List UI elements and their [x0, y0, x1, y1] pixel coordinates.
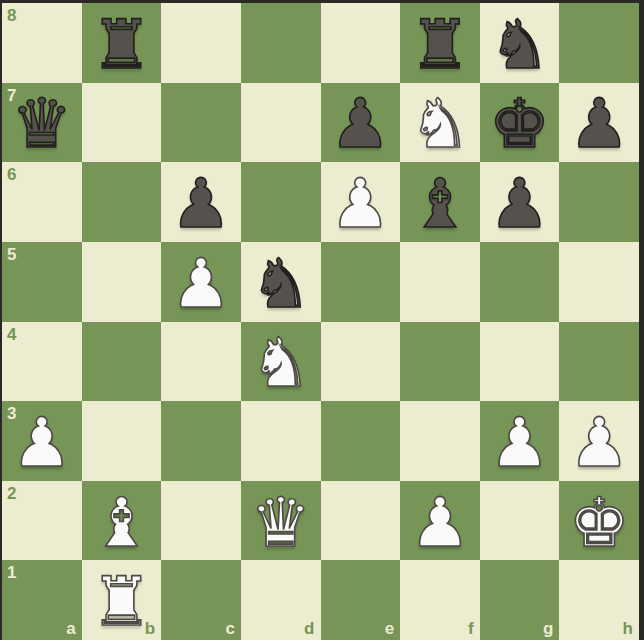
square-d6[interactable]: [241, 162, 321, 242]
square-c3[interactable]: [161, 401, 241, 481]
square-f5[interactable]: [400, 242, 480, 322]
square-e5[interactable]: [321, 242, 401, 322]
chess-board: 8♜♜♞7♛♟♞♚♟6♟♟♝♟5♟♞4♞3♟♟♟2♝♛♟♚1ab♜cdefgh: [2, 3, 639, 640]
square-a2[interactable]: 2: [2, 481, 82, 561]
white-pawn[interactable]: ♟: [2, 403, 82, 483]
square-a8[interactable]: 8: [2, 3, 82, 83]
square-f8[interactable]: ♜: [400, 3, 480, 83]
square-h6[interactable]: [559, 162, 639, 242]
black-pawn[interactable]: ♟: [321, 85, 401, 165]
square-g5[interactable]: [480, 242, 560, 322]
square-c7[interactable]: [161, 83, 241, 163]
white-pawn[interactable]: ♟: [559, 403, 639, 483]
square-d4[interactable]: ♞: [241, 322, 321, 402]
square-b8[interactable]: ♜: [82, 3, 162, 83]
square-e7[interactable]: ♟: [321, 83, 401, 163]
square-e1[interactable]: e: [321, 560, 401, 640]
square-c6[interactable]: ♟: [161, 162, 241, 242]
square-b3[interactable]: [82, 401, 162, 481]
square-a7[interactable]: 7♛: [2, 83, 82, 163]
rank-label-6: 6: [7, 166, 16, 183]
rank-label-2: 2: [7, 485, 16, 502]
black-bishop[interactable]: ♝: [400, 164, 480, 244]
square-g7[interactable]: ♚: [480, 83, 560, 163]
square-h8[interactable]: [559, 3, 639, 83]
file-label-e: e: [385, 620, 394, 637]
square-a1[interactable]: 1a: [2, 560, 82, 640]
square-b1[interactable]: b♜: [82, 560, 162, 640]
square-d8[interactable]: [241, 3, 321, 83]
white-rook[interactable]: ♜: [82, 562, 162, 640]
white-pawn[interactable]: ♟: [321, 164, 401, 244]
board-frame: 8♜♜♞7♛♟♞♚♟6♟♟♝♟5♟♞4♞3♟♟♟2♝♛♟♚1ab♜cdefgh: [0, 0, 644, 640]
white-bishop[interactable]: ♝: [82, 483, 162, 563]
white-knight[interactable]: ♞: [400, 85, 480, 165]
black-pawn[interactable]: ♟: [161, 164, 241, 244]
square-e6[interactable]: ♟: [321, 162, 401, 242]
square-g3[interactable]: ♟: [480, 401, 560, 481]
square-b6[interactable]: [82, 162, 162, 242]
square-g8[interactable]: ♞: [480, 3, 560, 83]
white-king[interactable]: ♚: [559, 483, 639, 563]
square-d1[interactable]: d: [241, 560, 321, 640]
black-knight[interactable]: ♞: [480, 5, 560, 85]
black-pawn[interactable]: ♟: [559, 85, 639, 165]
square-c8[interactable]: [161, 3, 241, 83]
square-e2[interactable]: [321, 481, 401, 561]
file-label-c: c: [225, 620, 234, 637]
square-c5[interactable]: ♟: [161, 242, 241, 322]
square-a5[interactable]: 5: [2, 242, 82, 322]
rank-label-1: 1: [7, 564, 16, 581]
square-d2[interactable]: ♛: [241, 481, 321, 561]
white-pawn[interactable]: ♟: [400, 483, 480, 563]
black-king[interactable]: ♚: [480, 85, 560, 165]
black-pawn[interactable]: ♟: [480, 164, 560, 244]
square-d3[interactable]: [241, 401, 321, 481]
square-b7[interactable]: [82, 83, 162, 163]
black-rook[interactable]: ♜: [82, 5, 162, 85]
square-g6[interactable]: ♟: [480, 162, 560, 242]
square-h5[interactable]: [559, 242, 639, 322]
square-h7[interactable]: ♟: [559, 83, 639, 163]
square-f2[interactable]: ♟: [400, 481, 480, 561]
rank-label-4: 4: [7, 326, 16, 343]
square-c2[interactable]: [161, 481, 241, 561]
square-g4[interactable]: [480, 322, 560, 402]
white-queen[interactable]: ♛: [241, 483, 321, 563]
square-e8[interactable]: [321, 3, 401, 83]
square-e4[interactable]: [321, 322, 401, 402]
file-label-d: d: [304, 620, 314, 637]
square-f6[interactable]: ♝: [400, 162, 480, 242]
square-g2[interactable]: [480, 481, 560, 561]
file-label-f: f: [468, 620, 474, 637]
square-d7[interactable]: [241, 83, 321, 163]
square-d5[interactable]: ♞: [241, 242, 321, 322]
file-label-a: a: [66, 620, 75, 637]
square-b2[interactable]: ♝: [82, 481, 162, 561]
square-g1[interactable]: g: [480, 560, 560, 640]
square-f7[interactable]: ♞: [400, 83, 480, 163]
black-queen[interactable]: ♛: [2, 85, 82, 165]
black-rook[interactable]: ♜: [400, 5, 480, 85]
rank-label-8: 8: [7, 7, 16, 24]
square-f4[interactable]: [400, 322, 480, 402]
square-f3[interactable]: [400, 401, 480, 481]
square-h3[interactable]: ♟: [559, 401, 639, 481]
square-a6[interactable]: 6: [2, 162, 82, 242]
black-knight[interactable]: ♞: [241, 244, 321, 324]
white-knight[interactable]: ♞: [241, 324, 321, 404]
square-h4[interactable]: [559, 322, 639, 402]
white-pawn[interactable]: ♟: [161, 244, 241, 324]
square-e3[interactable]: [321, 401, 401, 481]
square-a4[interactable]: 4: [2, 322, 82, 402]
square-c1[interactable]: c: [161, 560, 241, 640]
square-h2[interactable]: ♚: [559, 481, 639, 561]
square-h1[interactable]: h: [559, 560, 639, 640]
file-label-g: g: [543, 620, 553, 637]
rank-label-5: 5: [7, 246, 16, 263]
square-c4[interactable]: [161, 322, 241, 402]
square-a3[interactable]: 3♟: [2, 401, 82, 481]
square-b4[interactable]: [82, 322, 162, 402]
white-pawn[interactable]: ♟: [480, 403, 560, 483]
square-f1[interactable]: f: [400, 560, 480, 640]
file-label-h: h: [623, 620, 633, 637]
square-b5[interactable]: [82, 242, 162, 322]
